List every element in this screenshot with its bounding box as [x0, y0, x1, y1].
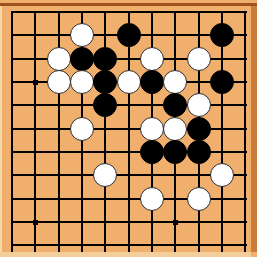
star-point: [33, 80, 38, 85]
grid-vertical-line: [128, 11, 130, 252]
grid-vertical-line: [244, 11, 246, 252]
grid-horizontal-line: [11, 11, 247, 13]
star-point: [173, 220, 178, 225]
grid-horizontal-line: [11, 151, 247, 153]
grid-horizontal-line: [11, 198, 247, 200]
black-stone: [70, 47, 94, 71]
white-stone: [140, 117, 164, 141]
grid-horizontal-line: [11, 244, 247, 246]
board-bottom-highlight: [0, 252, 251, 257]
go-board: [0, 0, 257, 257]
white-stone: [70, 117, 94, 141]
black-stone: [210, 23, 234, 47]
black-stone: [93, 93, 117, 117]
grid-horizontal-line: [11, 221, 247, 223]
white-stone: [47, 47, 71, 71]
white-stone: [187, 47, 211, 71]
black-stone: [187, 140, 211, 164]
white-stone: [140, 187, 164, 211]
black-stone: [187, 117, 211, 141]
white-stone: [163, 70, 187, 94]
star-point: [33, 220, 38, 225]
white-stone: [47, 70, 71, 94]
white-stone: [163, 117, 187, 141]
white-stone: [140, 47, 164, 71]
board-left-highlight: [0, 6, 2, 257]
board-right-shadow: [251, 6, 257, 252]
white-stone: [187, 187, 211, 211]
black-stone: [93, 70, 117, 94]
grid-horizontal-line: [11, 128, 247, 130]
grid-vertical-line: [34, 11, 36, 252]
white-stone: [70, 23, 94, 47]
black-stone: [163, 93, 187, 117]
black-stone: [140, 70, 164, 94]
white-stone: [70, 70, 94, 94]
black-stone: [117, 23, 141, 47]
board-top-shadow: [0, 3, 257, 6]
grid-vertical-line: [11, 11, 13, 252]
black-stone: [210, 70, 234, 94]
white-stone: [93, 163, 117, 187]
grid-vertical-line: [221, 11, 223, 252]
white-stone: [117, 70, 141, 94]
black-stone: [93, 47, 117, 71]
grid-horizontal-line: [11, 104, 247, 106]
black-stone: [140, 140, 164, 164]
black-stone: [163, 140, 187, 164]
white-stone: [187, 93, 211, 117]
white-stone: [210, 163, 234, 187]
